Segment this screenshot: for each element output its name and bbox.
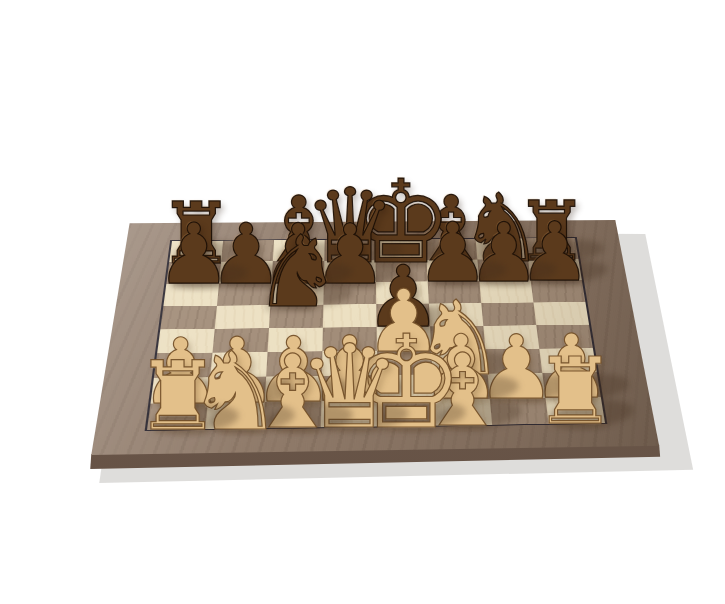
piece-black-pawn-a7[interactable]: ♟ <box>152 213 236 297</box>
piece-black-knight-c6[interactable]: ♞ <box>248 222 347 321</box>
board-photo-scene: ♜♞♝♚♛♝♜♟♟♟♟♟♟♟♞♟♟♞♟♟♟♟♟♟♟♜♝♚♛♝♞♜ <box>0 0 725 604</box>
piece-white-rook-h1[interactable]: ♜ <box>529 346 621 438</box>
piece-white-rook-a1[interactable]: ♜ <box>130 349 225 444</box>
